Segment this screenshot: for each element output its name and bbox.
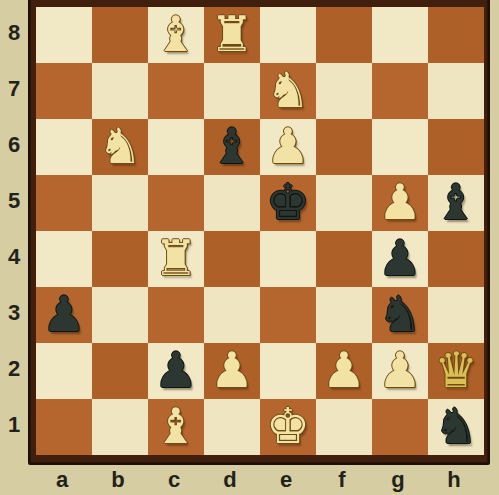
rank-label-4: 4 bbox=[0, 229, 28, 285]
square-b3[interactable] bbox=[92, 287, 148, 343]
square-a3[interactable]: ♟ bbox=[36, 287, 92, 343]
square-e7[interactable]: ♞ bbox=[260, 63, 316, 119]
square-d1[interactable] bbox=[204, 399, 260, 455]
square-b1[interactable] bbox=[92, 399, 148, 455]
chess-diagram: 87654321 ♝♜♞♞♝♟♚♟♝♜♟♟♞♟♟♟♟♛♝♚♞ abcdefgh bbox=[0, 0, 499, 495]
file-label-c: c bbox=[146, 465, 202, 495]
rank-label-3: 3 bbox=[0, 285, 28, 341]
square-e3[interactable] bbox=[260, 287, 316, 343]
square-g7[interactable] bbox=[372, 63, 428, 119]
file-label-f: f bbox=[314, 465, 370, 495]
square-h2[interactable]: ♛ bbox=[428, 343, 484, 399]
square-h8[interactable] bbox=[428, 7, 484, 63]
square-e5[interactable]: ♚ bbox=[260, 175, 316, 231]
white-bishop-c1[interactable]: ♝ bbox=[148, 399, 204, 455]
square-h5[interactable]: ♝ bbox=[428, 175, 484, 231]
square-h6[interactable] bbox=[428, 119, 484, 175]
square-f8[interactable] bbox=[316, 7, 372, 63]
file-label-b: b bbox=[90, 465, 146, 495]
square-b2[interactable] bbox=[92, 343, 148, 399]
square-c6[interactable] bbox=[148, 119, 204, 175]
square-d3[interactable] bbox=[204, 287, 260, 343]
square-a1[interactable] bbox=[36, 399, 92, 455]
rank-label-8: 8 bbox=[0, 5, 28, 61]
square-d7[interactable] bbox=[204, 63, 260, 119]
square-c1[interactable]: ♝ bbox=[148, 399, 204, 455]
white-rook-d8[interactable]: ♜ bbox=[204, 7, 260, 63]
rank-label-7: 7 bbox=[0, 61, 28, 117]
square-f6[interactable] bbox=[316, 119, 372, 175]
square-f4[interactable] bbox=[316, 231, 372, 287]
square-f1[interactable] bbox=[316, 399, 372, 455]
square-f5[interactable] bbox=[316, 175, 372, 231]
white-pawn-e6[interactable]: ♟ bbox=[260, 119, 316, 175]
square-d8[interactable]: ♜ bbox=[204, 7, 260, 63]
square-c4[interactable]: ♜ bbox=[148, 231, 204, 287]
file-label-e: e bbox=[258, 465, 314, 495]
square-e6[interactable]: ♟ bbox=[260, 119, 316, 175]
square-g2[interactable]: ♟ bbox=[372, 343, 428, 399]
square-c7[interactable] bbox=[148, 63, 204, 119]
square-a6[interactable] bbox=[36, 119, 92, 175]
square-h7[interactable] bbox=[428, 63, 484, 119]
black-bishop-h5[interactable]: ♝ bbox=[428, 175, 484, 231]
square-a7[interactable] bbox=[36, 63, 92, 119]
square-f7[interactable] bbox=[316, 63, 372, 119]
black-knight-g3[interactable]: ♞ bbox=[372, 287, 428, 343]
square-g4[interactable]: ♟ bbox=[372, 231, 428, 287]
square-b8[interactable] bbox=[92, 7, 148, 63]
square-e4[interactable] bbox=[260, 231, 316, 287]
square-c3[interactable] bbox=[148, 287, 204, 343]
black-bishop-d6[interactable]: ♝ bbox=[204, 119, 260, 175]
white-knight-e7[interactable]: ♞ bbox=[260, 63, 316, 119]
black-pawn-g4[interactable]: ♟ bbox=[372, 231, 428, 287]
square-d5[interactable] bbox=[204, 175, 260, 231]
white-bishop-c8[interactable]: ♝ bbox=[148, 7, 204, 63]
black-knight-h1[interactable]: ♞ bbox=[428, 399, 484, 455]
white-pawn-g2[interactable]: ♟ bbox=[372, 343, 428, 399]
rank-label-2: 2 bbox=[0, 341, 28, 397]
square-c5[interactable] bbox=[148, 175, 204, 231]
square-f3[interactable] bbox=[316, 287, 372, 343]
square-h4[interactable] bbox=[428, 231, 484, 287]
square-e8[interactable] bbox=[260, 7, 316, 63]
file-label-d: d bbox=[202, 465, 258, 495]
board-frame: ♝♜♞♞♝♟♚♟♝♜♟♟♞♟♟♟♟♛♝♚♞ bbox=[28, 0, 490, 465]
white-knight-b6[interactable]: ♞ bbox=[92, 119, 148, 175]
square-g8[interactable] bbox=[372, 7, 428, 63]
white-rook-c4[interactable]: ♜ bbox=[148, 231, 204, 287]
black-king-e5[interactable]: ♚ bbox=[260, 175, 316, 231]
rank-label-6: 6 bbox=[0, 117, 28, 173]
white-pawn-d2[interactable]: ♟ bbox=[204, 343, 260, 399]
rank-labels: 87654321 bbox=[0, 5, 28, 453]
black-pawn-a3[interactable]: ♟ bbox=[36, 287, 92, 343]
square-a5[interactable] bbox=[36, 175, 92, 231]
square-h3[interactable] bbox=[428, 287, 484, 343]
square-c2[interactable]: ♟ bbox=[148, 343, 204, 399]
file-label-g: g bbox=[370, 465, 426, 495]
square-b5[interactable] bbox=[92, 175, 148, 231]
black-pawn-c2[interactable]: ♟ bbox=[148, 343, 204, 399]
square-g6[interactable] bbox=[372, 119, 428, 175]
file-labels: abcdefgh bbox=[34, 465, 482, 495]
square-b6[interactable]: ♞ bbox=[92, 119, 148, 175]
square-g1[interactable] bbox=[372, 399, 428, 455]
square-d2[interactable]: ♟ bbox=[204, 343, 260, 399]
square-d4[interactable] bbox=[204, 231, 260, 287]
square-f2[interactable]: ♟ bbox=[316, 343, 372, 399]
chess-board[interactable]: ♝♜♞♞♝♟♚♟♝♜♟♟♞♟♟♟♟♛♝♚♞ bbox=[36, 7, 484, 455]
square-a8[interactable] bbox=[36, 7, 92, 63]
square-b7[interactable] bbox=[92, 63, 148, 119]
white-pawn-g5[interactable]: ♟ bbox=[372, 175, 428, 231]
rank-label-5: 5 bbox=[0, 173, 28, 229]
square-a2[interactable] bbox=[36, 343, 92, 399]
rank-label-1: 1 bbox=[0, 397, 28, 453]
square-a4[interactable] bbox=[36, 231, 92, 287]
square-g5[interactable]: ♟ bbox=[372, 175, 428, 231]
file-label-h: h bbox=[426, 465, 482, 495]
square-b4[interactable] bbox=[92, 231, 148, 287]
white-pawn-f2[interactable]: ♟ bbox=[316, 343, 372, 399]
square-h1[interactable]: ♞ bbox=[428, 399, 484, 455]
file-label-a: a bbox=[34, 465, 90, 495]
white-king-e1[interactable]: ♚ bbox=[260, 399, 316, 455]
square-e1[interactable]: ♚ bbox=[260, 399, 316, 455]
square-g3[interactable]: ♞ bbox=[372, 287, 428, 343]
square-c8[interactable]: ♝ bbox=[148, 7, 204, 63]
square-d6[interactable]: ♝ bbox=[204, 119, 260, 175]
square-e2[interactable] bbox=[260, 343, 316, 399]
white-queen-h2[interactable]: ♛ bbox=[428, 343, 484, 399]
